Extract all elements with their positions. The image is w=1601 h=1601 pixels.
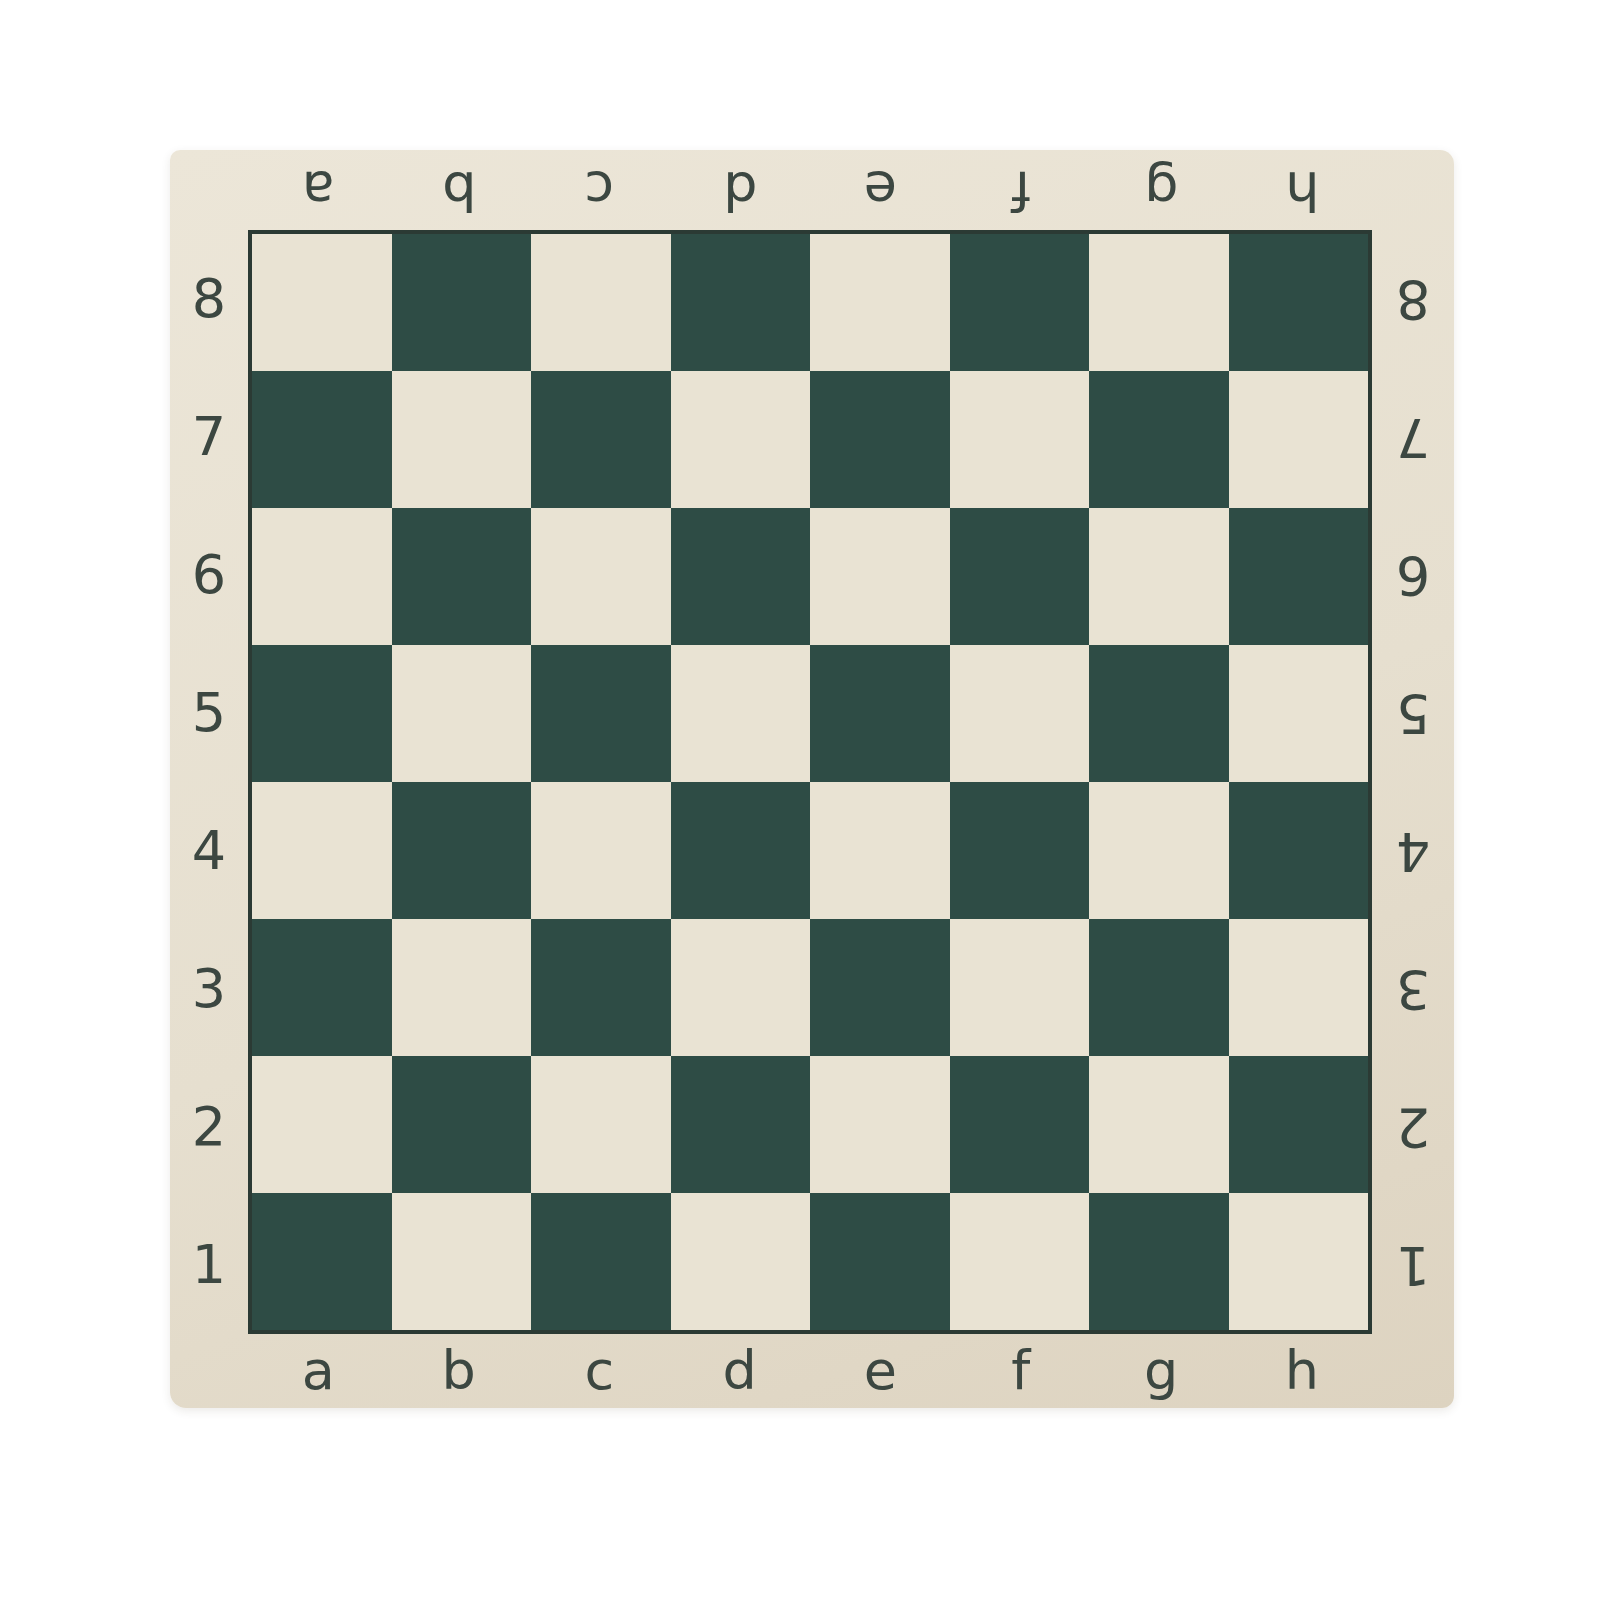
- square-b4: [392, 782, 532, 919]
- square-f7: [950, 371, 1090, 508]
- square-h6: [1229, 508, 1369, 645]
- square-c4: [531, 782, 671, 919]
- square-c6: [531, 508, 671, 645]
- file-labels-top: abcdefgh: [248, 150, 1372, 230]
- square-h5: [1229, 645, 1369, 782]
- square-b2: [392, 1056, 532, 1193]
- square-e2: [810, 1056, 950, 1193]
- rank-label-6: 6: [170, 506, 248, 644]
- square-a3: [252, 919, 392, 1056]
- rank-label-6: 6: [1372, 506, 1454, 644]
- file-label-e: e: [810, 150, 951, 230]
- rank-labels-left: 87654321: [170, 230, 248, 1334]
- square-b7: [392, 371, 532, 508]
- square-g6: [1089, 508, 1229, 645]
- square-f1: [950, 1193, 1090, 1330]
- square-g4: [1089, 782, 1229, 919]
- rank-label-5: 5: [1372, 644, 1454, 782]
- square-e7: [810, 371, 950, 508]
- square-b5: [392, 645, 532, 782]
- square-h2: [1229, 1056, 1369, 1193]
- file-label-b: b: [389, 150, 530, 230]
- square-g8: [1089, 234, 1229, 371]
- file-label-g: g: [1091, 1334, 1232, 1408]
- square-e3: [810, 919, 950, 1056]
- file-label-b: b: [389, 1334, 530, 1408]
- square-f6: [950, 508, 1090, 645]
- square-d3: [671, 919, 811, 1056]
- square-a5: [252, 645, 392, 782]
- square-d7: [671, 371, 811, 508]
- square-g2: [1089, 1056, 1229, 1193]
- square-d1: [671, 1193, 811, 1330]
- square-c2: [531, 1056, 671, 1193]
- file-label-g: g: [1091, 150, 1232, 230]
- square-a4: [252, 782, 392, 919]
- square-h1: [1229, 1193, 1369, 1330]
- rank-label-1: 1: [170, 1196, 248, 1334]
- chess-board: [248, 230, 1372, 1334]
- square-c8: [531, 234, 671, 371]
- square-c1: [531, 1193, 671, 1330]
- file-label-c: c: [529, 150, 670, 230]
- square-a1: [252, 1193, 392, 1330]
- square-g5: [1089, 645, 1229, 782]
- square-b8: [392, 234, 532, 371]
- square-e4: [810, 782, 950, 919]
- file-label-a: a: [248, 1334, 389, 1408]
- square-h7: [1229, 371, 1369, 508]
- file-labels-bottom: abcdefgh: [248, 1334, 1372, 1408]
- square-e1: [810, 1193, 950, 1330]
- square-g7: [1089, 371, 1229, 508]
- rank-label-3: 3: [170, 920, 248, 1058]
- rank-label-5: 5: [170, 644, 248, 782]
- square-d5: [671, 645, 811, 782]
- rank-label-1: 1: [1372, 1196, 1454, 1334]
- file-label-c: c: [529, 1334, 670, 1408]
- file-label-d: d: [670, 150, 811, 230]
- square-c7: [531, 371, 671, 508]
- square-b6: [392, 508, 532, 645]
- square-f3: [950, 919, 1090, 1056]
- square-d8: [671, 234, 811, 371]
- square-h3: [1229, 919, 1369, 1056]
- square-f8: [950, 234, 1090, 371]
- chess-mat: abcdefgh abcdefgh 87654321 87654321: [170, 150, 1454, 1408]
- rank-label-2: 2: [1372, 1058, 1454, 1196]
- file-label-a: a: [248, 150, 389, 230]
- square-d6: [671, 508, 811, 645]
- rank-labels-right: 87654321: [1372, 230, 1454, 1334]
- square-h8: [1229, 234, 1369, 371]
- file-label-e: e: [810, 1334, 951, 1408]
- square-e6: [810, 508, 950, 645]
- square-g3: [1089, 919, 1229, 1056]
- file-label-h: h: [1232, 1334, 1373, 1408]
- rank-label-4: 4: [170, 782, 248, 920]
- square-a6: [252, 508, 392, 645]
- rank-label-8: 8: [1372, 230, 1454, 368]
- file-label-f: f: [951, 1334, 1092, 1408]
- square-a8: [252, 234, 392, 371]
- square-b3: [392, 919, 532, 1056]
- square-a2: [252, 1056, 392, 1193]
- square-f2: [950, 1056, 1090, 1193]
- rank-label-2: 2: [170, 1058, 248, 1196]
- rank-label-3: 3: [1372, 920, 1454, 1058]
- square-e8: [810, 234, 950, 371]
- square-c5: [531, 645, 671, 782]
- square-h4: [1229, 782, 1369, 919]
- square-f5: [950, 645, 1090, 782]
- square-b1: [392, 1193, 532, 1330]
- square-g1: [1089, 1193, 1229, 1330]
- square-f4: [950, 782, 1090, 919]
- square-e5: [810, 645, 950, 782]
- file-label-h: h: [1232, 150, 1373, 230]
- rank-label-7: 7: [1372, 368, 1454, 506]
- rank-label-7: 7: [170, 368, 248, 506]
- rank-label-4: 4: [1372, 782, 1454, 920]
- square-a7: [252, 371, 392, 508]
- square-d4: [671, 782, 811, 919]
- file-label-f: f: [951, 150, 1092, 230]
- product-photo-background: abcdefgh abcdefgh 87654321 87654321: [0, 0, 1601, 1601]
- square-c3: [531, 919, 671, 1056]
- rank-label-8: 8: [170, 230, 248, 368]
- file-label-d: d: [670, 1334, 811, 1408]
- square-d2: [671, 1056, 811, 1193]
